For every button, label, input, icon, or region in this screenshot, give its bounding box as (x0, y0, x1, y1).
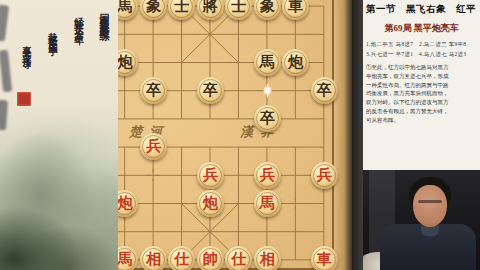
piece-black-advisor[interactable]: 士 (225, 0, 252, 20)
piece-black-pawn[interactable]: 卒 (197, 77, 224, 104)
piece-red-pawn[interactable]: 兵 (311, 162, 338, 189)
calligraphy-art (0, 4, 9, 41)
piece-black-pawn[interactable]: 卒 (254, 105, 281, 132)
person-glasses (418, 200, 442, 203)
piece-red-cannon[interactable]: 炮 (197, 190, 224, 217)
piece-black-horse[interactable]: 馬 (254, 49, 281, 76)
lesson-title: 第69局 黑平炮亮车 (366, 22, 477, 35)
piece-black-general[interactable]: 將 (197, 0, 224, 20)
piece-red-elephant[interactable]: 相 (254, 246, 281, 270)
calligraphy-art (0, 50, 12, 93)
piece-red-chariot[interactable]: 車 (311, 246, 338, 270)
piece-red-horse[interactable]: 馬 (254, 190, 281, 217)
promo-banner: 国家级象棋教练 经验长达十余年 栽培多名国手 享受专业指导 (0, 0, 118, 270)
piece-black-elephant[interactable]: 象 (140, 0, 167, 20)
piece-red-pawn[interactable]: 兵 (197, 162, 224, 189)
move-line: 1.炮二平五 马8进7 2.马二进三 车9平8 (366, 41, 477, 48)
banner-text-column: 栽培多名国手 (46, 24, 59, 42)
piece-red-pawn[interactable]: 兵 (140, 133, 167, 160)
board-grid[interactable]: 車馬象士將士象車炮馬炮卒卒卒卒卒兵兵兵兵兵炮炮馬車馬相仕帥仕相車 (82, 0, 338, 270)
instructor-webcam (363, 170, 480, 270)
move-line: 3.兵七进一 卒7进1 4.马八进七 马2进3 (366, 51, 477, 58)
piece-red-pawn[interactable]: 兵 (254, 162, 281, 189)
section-title: 第一节 黑飞右象 红平 (366, 3, 477, 16)
piece-black-pawn[interactable]: 卒 (311, 77, 338, 104)
banner-text-column: 享受专业指导 (20, 38, 33, 56)
piece-red-elephant[interactable]: 相 (140, 246, 167, 270)
stream-layout: 楚河 漢界 車馬象士將士象車炮馬炮卒卒卒卒卒兵兵兵兵兵炮炮馬車馬相仕帥仕相車 第… (0, 0, 480, 270)
piece-red-advisor[interactable]: 仕 (225, 246, 252, 270)
piece-black-chariot[interactable]: 車 (282, 0, 309, 20)
banner-text-column: 经验长达十余年 (72, 9, 85, 30)
calligraphy-art (0, 100, 8, 131)
lesson-note: ①至此，红方以中炮七路马对黑方 平炮亮车，双方互进七兵卒，形成 一种柔性布局。红… (366, 63, 477, 125)
board-wrap: 楚河 漢界 車馬象士將士象車炮馬炮卒卒卒卒卒兵兵兵兵兵炮炮馬車馬相仕帥仕相車 (82, 0, 338, 270)
piece-red-advisor[interactable]: 仕 (168, 246, 195, 270)
person-collar (421, 226, 439, 236)
piece-black-pawn[interactable]: 卒 (140, 77, 167, 104)
person-face (413, 185, 447, 227)
piece-black-advisor[interactable]: 士 (168, 0, 195, 20)
piece-black-cannon[interactable]: 炮 (282, 49, 309, 76)
banner-text-column: 国家级象棋教练 (97, 5, 111, 26)
piece-black-elephant[interactable]: 象 (254, 0, 281, 20)
piece-red-general[interactable]: 帥 (197, 246, 224, 270)
panel-shadow (344, 0, 363, 270)
red-seal-stamp (17, 92, 31, 106)
last-move-marker (263, 86, 272, 95)
